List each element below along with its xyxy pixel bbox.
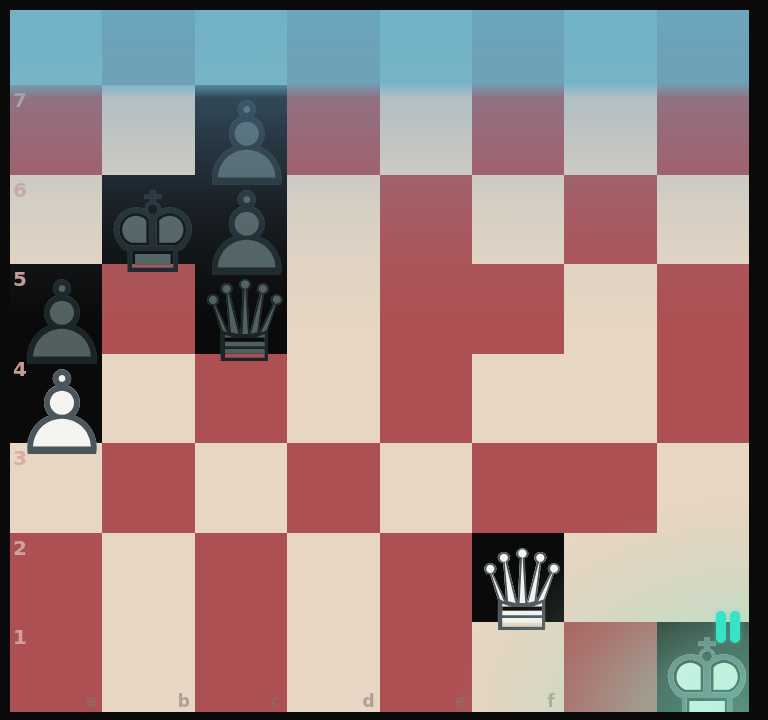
square-b8[interactable]: [102, 10, 194, 85]
square-h3[interactable]: [564, 533, 656, 623]
square-d5[interactable]: [102, 354, 194, 444]
file-label-e: e: [455, 691, 467, 711]
square-e7[interactable]: [472, 85, 564, 175]
black-king-outline-glyph: ♔: [102, 177, 202, 289]
square-c6[interactable]: [472, 175, 564, 265]
piece-black-pawn-c7[interactable]: ♟♙: [195, 85, 287, 175]
square-d4[interactable]: [102, 443, 194, 533]
square-a5[interactable]: [472, 264, 564, 354]
square-e6[interactable]: [657, 175, 749, 265]
square-c8[interactable]: [195, 10, 287, 85]
square-d7[interactable]: [380, 85, 472, 175]
square-e3[interactable]: [195, 533, 287, 623]
square-d8[interactable]: [287, 10, 379, 85]
square-g8[interactable]: [564, 10, 656, 85]
pause-icon[interactable]: [716, 611, 740, 643]
square-b5[interactable]: [564, 264, 656, 354]
square-h6[interactable]: [380, 264, 472, 354]
pause-bar-left: [716, 611, 726, 643]
square-g5[interactable]: [380, 354, 472, 444]
piece-black-pawn-c6[interactable]: ♟♙: [195, 175, 287, 265]
file-label-c: c: [270, 691, 280, 711]
square-b7[interactable]: [102, 85, 194, 175]
square-f4[interactable]: [287, 443, 379, 533]
square-f5[interactable]: [287, 354, 379, 444]
rank-label-5: 5: [13, 267, 27, 291]
square-h5[interactable]: [472, 354, 564, 444]
square-g7[interactable]: [657, 85, 749, 175]
square-a3[interactable]: [564, 443, 656, 533]
rank-label-3: 3: [13, 446, 27, 470]
rank-label-2: 2: [13, 536, 27, 560]
white-queen-outline-glyph: ♕: [472, 535, 572, 647]
square-f8[interactable]: [472, 10, 564, 85]
square-a6[interactable]: [287, 175, 379, 265]
file-label-b: b: [178, 691, 190, 711]
square-a4[interactable]: [564, 354, 656, 444]
square-d6[interactable]: [564, 175, 656, 265]
square-e8[interactable]: [380, 10, 472, 85]
black-queen-outline-glyph: ♕: [195, 266, 295, 378]
piece-white-queen-f2[interactable]: ♛♕: [472, 533, 564, 623]
file-label-a: a: [85, 691, 96, 711]
square-b4[interactable]: [657, 354, 749, 444]
pause-bar-right: [730, 611, 740, 643]
piece-black-queen-c5[interactable]: ♛♕: [195, 264, 287, 354]
square-f3[interactable]: [287, 533, 379, 623]
square-h4[interactable]: [472, 443, 564, 533]
chess-board: 7654321abcdef♟♙♚♔♟♙♟♙♛♕♟♙♛♕♚♔: [10, 10, 749, 712]
square-g6[interactable]: [287, 264, 379, 354]
square-h8[interactable]: [657, 10, 749, 85]
square-a8[interactable]: [10, 10, 102, 85]
square-f7[interactable]: [564, 85, 656, 175]
square-e4[interactable]: [195, 443, 287, 533]
square-c5[interactable]: [657, 264, 749, 354]
piece-black-king-b6[interactable]: ♚♔: [102, 175, 194, 265]
file-label-d: d: [363, 691, 375, 711]
rank-label-6: 6: [13, 178, 27, 202]
square-g3[interactable]: [380, 533, 472, 623]
square-g4[interactable]: [380, 443, 472, 533]
square-a2[interactable]: [657, 533, 749, 623]
square-b6[interactable]: [380, 175, 472, 265]
square-d3[interactable]: [102, 533, 194, 623]
square-b3[interactable]: [657, 443, 749, 533]
rank-label-7: 7: [13, 88, 27, 112]
rank-label-1: 1: [13, 625, 27, 649]
video-frame: 7654321abcdef♟♙♚♔♟♙♟♙♛♕♟♙♛♕♚♔: [0, 0, 768, 720]
square-c7[interactable]: [287, 85, 379, 175]
file-label-f: f: [547, 691, 554, 711]
rank-label-4: 4: [13, 357, 27, 381]
square-h2[interactable]: [564, 622, 656, 712]
